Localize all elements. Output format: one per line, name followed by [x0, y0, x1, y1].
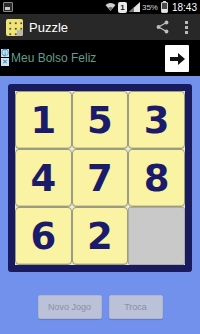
tile-r2c2[interactable]: [128, 207, 185, 265]
new-game-button[interactable]: Novo Jogo: [38, 295, 102, 319]
screenshot-notification-icon: [3, 2, 13, 12]
battery-icon: [161, 2, 168, 13]
tile-r0c0[interactable]: 1: [15, 91, 72, 149]
signal-strength-icon: [129, 2, 140, 12]
tile-r1c0[interactable]: 4: [15, 149, 72, 207]
game-area: 1 5 3 4 7 8 6 2 Novo Jogo Troca: [0, 76, 200, 334]
ad-arrow-button[interactable]: [165, 45, 189, 72]
status-bar: 1 35% 18:43: [0, 0, 200, 14]
puzzle-app-icon: [6, 19, 23, 36]
puzzle-grid: 1 5 3 4 7 8 6 2: [15, 91, 185, 265]
adchoices-info-icon[interactable]: ⓘ: [1, 49, 9, 57]
tile-r1c1[interactable]: 7: [72, 149, 129, 207]
sim-card-icon: 1: [118, 2, 127, 13]
wifi-icon: [105, 2, 116, 12]
app-bar: Puzzle: [0, 14, 200, 40]
phone-screen: 1 35% 18:43 Puzzle ⓘ ✕: [0, 0, 200, 334]
ad-text: Meu Bolso Feliz: [11, 51, 96, 65]
tile-r2c1[interactable]: 2: [72, 207, 129, 265]
swap-button[interactable]: Troca: [109, 295, 163, 319]
right-arrow-icon: [170, 53, 185, 65]
share-icon[interactable]: [156, 20, 169, 34]
tile-r0c2[interactable]: 3: [128, 91, 185, 149]
overflow-menu-icon[interactable]: [185, 21, 188, 34]
battery-percent-label: 35%: [142, 3, 158, 12]
ad-banner[interactable]: ⓘ ✕ Meu Bolso Feliz: [0, 40, 200, 76]
tile-r2c0[interactable]: 6: [15, 207, 72, 265]
page-title: Puzzle: [29, 20, 68, 35]
adchoices-close-icon[interactable]: ✕: [1, 58, 9, 66]
tile-r0c1[interactable]: 5: [72, 91, 129, 149]
clock-label: 18:43: [172, 2, 197, 13]
puzzle-board: 1 5 3 4 7 8 6 2: [8, 84, 192, 272]
button-row: Novo Jogo Troca: [0, 295, 200, 319]
tile-r1c2[interactable]: 8: [128, 149, 185, 207]
